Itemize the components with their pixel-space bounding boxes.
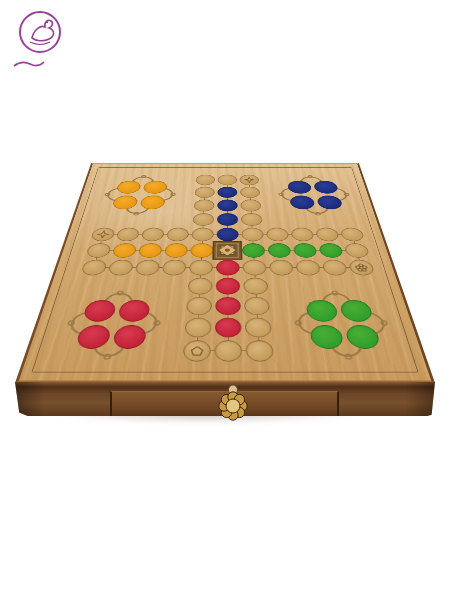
product-photo <box>0 0 450 600</box>
board-surface <box>15 163 435 383</box>
start-mark-star-icon <box>243 177 255 183</box>
path-circle-blue <box>216 227 238 241</box>
path-circle-red <box>214 317 241 337</box>
track-circle <box>217 174 237 185</box>
track-circle <box>192 213 214 226</box>
brand-watermark <box>6 4 70 76</box>
track-circle <box>243 297 269 315</box>
track-circle <box>191 227 214 241</box>
track-circle <box>161 260 186 276</box>
path-circle-orange <box>164 243 188 258</box>
track-circle <box>240 187 261 198</box>
track-circle <box>240 199 261 211</box>
start-mark-flower-icon <box>353 263 369 272</box>
drawer-knob <box>216 384 250 422</box>
home-frame-orange <box>90 171 186 220</box>
start-mark-pentagon-icon <box>188 344 205 357</box>
path-circle-green <box>242 243 266 258</box>
path-circle-green <box>267 243 291 258</box>
start-mark-star-icon <box>95 230 110 238</box>
path-circle-blue <box>216 213 237 226</box>
track-circle <box>166 227 189 241</box>
track-circle <box>241 227 264 241</box>
track-circle <box>193 199 214 211</box>
path-circle-blue <box>217 187 237 198</box>
track-circle <box>187 277 212 294</box>
start-circle <box>239 174 259 185</box>
track-circle <box>245 340 274 361</box>
track-circle <box>268 260 293 276</box>
track-circle <box>266 227 289 241</box>
track-circle <box>242 260 266 276</box>
knob-flower-icon <box>219 392 247 420</box>
path-circle-red <box>216 260 240 276</box>
bird-logo-icon <box>14 12 60 66</box>
path-circle-red <box>215 277 240 294</box>
path-circle-red <box>215 297 241 315</box>
track-circle <box>186 297 212 315</box>
track-circle <box>244 317 271 337</box>
track-circle <box>188 260 212 276</box>
track-circle <box>184 317 211 337</box>
script-flourish <box>14 62 44 66</box>
track-circle <box>243 277 268 294</box>
path-circle-orange <box>190 243 213 258</box>
start-circle <box>182 340 211 361</box>
track-circle <box>195 174 215 185</box>
path-circle-blue <box>217 199 238 211</box>
ludo-board <box>15 163 435 383</box>
track-circle <box>194 187 214 198</box>
track-circle <box>214 340 242 361</box>
center-rosette <box>212 241 242 260</box>
home-frame-blue <box>269 171 365 220</box>
track-circle <box>240 213 262 226</box>
